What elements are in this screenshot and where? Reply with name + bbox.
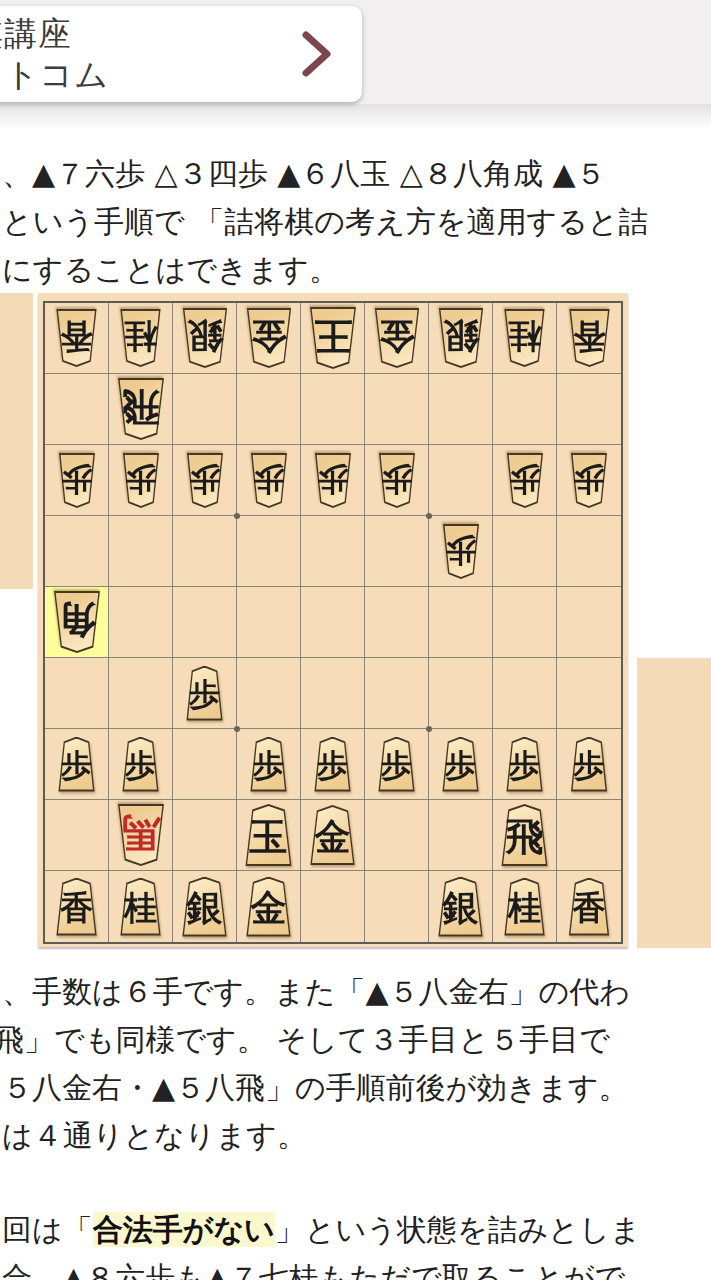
intro-line-3: にすることはできます。 xyxy=(2,246,711,294)
note-paragraph: 回は「合法手がない」という状態を詰みとしま 合、▲８六歩も▲７七桂もただで取るこ… xyxy=(2,1206,711,1280)
board-cell: 王 xyxy=(301,303,365,374)
board-cell: 歩 xyxy=(557,729,621,800)
board-cell: 歩 xyxy=(45,729,109,800)
piece-glyph: 金 xyxy=(242,877,296,937)
board-cell xyxy=(237,516,301,587)
shogi-piece: 歩 xyxy=(439,524,483,579)
piece-glyph: 馬 xyxy=(113,804,169,866)
piece-glyph: 歩 xyxy=(183,453,227,508)
board-cell: 歩 xyxy=(109,445,173,516)
right-diagram-fragment xyxy=(637,658,711,948)
piece-glyph: 銀 xyxy=(434,308,488,368)
piece-glyph: 香 xyxy=(565,309,614,367)
shogi-piece: 香 xyxy=(565,878,614,936)
shogi-piece: 金 xyxy=(242,877,296,937)
shogi-piece: 歩 xyxy=(247,737,291,792)
body-line-1: 、手数は６手です。また「▲５八金右」の代わ xyxy=(2,968,711,1016)
piece-glyph: 歩 xyxy=(119,453,163,508)
board-cell xyxy=(45,374,109,445)
hoshi-dot xyxy=(234,726,240,732)
piece-glyph: 香 xyxy=(52,309,101,367)
board-cell: 馬 xyxy=(109,800,173,871)
board-cell: 歩 xyxy=(173,445,237,516)
piece-glyph: 歩 xyxy=(247,737,291,792)
board-cell: 歩 xyxy=(301,729,365,800)
piece-glyph: 歩 xyxy=(375,737,419,792)
board-cell: 角 xyxy=(45,587,109,658)
shogi-piece: 歩 xyxy=(311,453,355,508)
shogi-piece: 歩 xyxy=(567,737,611,792)
board-cell xyxy=(365,871,429,942)
board-cell: 香 xyxy=(557,303,621,374)
board-cell: 歩 xyxy=(429,516,493,587)
note-line-2: 合、▲８六歩も▲７七桂もただで取ることがで xyxy=(2,1254,711,1280)
board-cell: 歩 xyxy=(493,729,557,800)
shogi-piece: 歩 xyxy=(375,453,419,508)
header-divider xyxy=(0,104,711,138)
board-cell xyxy=(429,800,493,871)
board-cell: 歩 xyxy=(301,445,365,516)
board-cell: 香 xyxy=(45,871,109,942)
shogi-piece: 歩 xyxy=(119,737,163,792)
shogi-piece: 桂 xyxy=(500,878,549,936)
shogi-piece: 歩 xyxy=(55,737,99,792)
board-cell: 歩 xyxy=(237,729,301,800)
shogi-piece: 金 xyxy=(370,308,424,368)
piece-glyph: 歩 xyxy=(183,666,227,721)
body-line-3: ５八金右・▲５八飛」の手順前後が効きます。 xyxy=(2,1064,711,1112)
board-cell xyxy=(493,587,557,658)
board-cell xyxy=(557,658,621,729)
board-cell xyxy=(493,658,557,729)
board-cell xyxy=(429,445,493,516)
intro-line-2: という手順で 「詰将棋の考え方を適用すると詰 xyxy=(2,198,711,246)
board-cell: 金 xyxy=(301,800,365,871)
board-cell xyxy=(557,374,621,445)
piece-glyph: 歩 xyxy=(311,453,355,508)
board-cell: 歩 xyxy=(557,445,621,516)
board-cell: 桂 xyxy=(493,871,557,942)
board-cell xyxy=(365,800,429,871)
board-cell xyxy=(173,374,237,445)
shogi-piece: 歩 xyxy=(119,453,163,508)
board-cell: 銀 xyxy=(429,871,493,942)
board-cell xyxy=(557,800,621,871)
shogi-piece: 桂 xyxy=(116,878,165,936)
piece-glyph: 歩 xyxy=(375,453,419,508)
piece-glyph: 歩 xyxy=(439,737,483,792)
piece-glyph: 金 xyxy=(370,308,424,368)
shogi-piece: 馬 xyxy=(113,804,169,866)
piece-glyph: 歩 xyxy=(119,737,163,792)
piece-glyph: 桂 xyxy=(116,309,165,367)
board-cell xyxy=(301,374,365,445)
piece-glyph: 香 xyxy=(52,878,101,936)
board-cell: 飛 xyxy=(493,800,557,871)
shogi-piece: 香 xyxy=(565,309,614,367)
shogi-piece: 王 xyxy=(305,307,361,369)
piece-glyph: 金 xyxy=(306,805,360,865)
piece-glyph: 飛 xyxy=(497,804,553,866)
hoshi-dot xyxy=(426,513,432,519)
shogi-piece: 玉 xyxy=(241,804,297,866)
board-cell xyxy=(301,871,365,942)
hoshi-dot xyxy=(234,513,240,519)
site-title-card[interactable]: 棋講座 ットコム xyxy=(0,6,362,102)
note-line-1-post: 」という状態を詰みとしま xyxy=(275,1212,641,1247)
board-cell xyxy=(301,587,365,658)
shogi-piece: 飛 xyxy=(113,378,169,440)
piece-glyph: 金 xyxy=(242,308,296,368)
piece-glyph: 歩 xyxy=(311,737,355,792)
piece-glyph: 銀 xyxy=(434,877,488,937)
shogi-piece: 銀 xyxy=(178,877,232,937)
board-cell xyxy=(365,658,429,729)
board-cell: 桂 xyxy=(109,871,173,942)
board-cell: 歩 xyxy=(429,729,493,800)
piece-glyph: 飛 xyxy=(113,378,169,440)
piece-glyph: 玉 xyxy=(241,804,297,866)
board-cell: 銀 xyxy=(173,303,237,374)
board-cell: 金 xyxy=(237,303,301,374)
board-cell: 銀 xyxy=(173,871,237,942)
shogi-piece: 銀 xyxy=(178,308,232,368)
piece-glyph: 歩 xyxy=(247,453,291,508)
board-cell xyxy=(365,516,429,587)
piece-glyph: 歩 xyxy=(55,737,99,792)
shogi-piece: 桂 xyxy=(500,309,549,367)
board-cell: 金 xyxy=(365,303,429,374)
shogi-board-grid: 香桂銀金王金銀桂香飛歩歩歩歩歩歩歩歩歩角歩歩歩歩歩歩歩歩歩馬玉金飛香桂銀金銀桂香 xyxy=(43,301,623,944)
shogi-piece: 金 xyxy=(242,308,296,368)
board-cell xyxy=(237,587,301,658)
shogi-piece: 桂 xyxy=(116,309,165,367)
shogi-piece: 香 xyxy=(52,878,101,936)
shogi-piece: 歩 xyxy=(311,737,355,792)
piece-glyph: 歩 xyxy=(567,737,611,792)
board-cell xyxy=(237,374,301,445)
shogi-piece: 歩 xyxy=(503,453,547,508)
board-cell: 歩 xyxy=(365,729,429,800)
board-cell xyxy=(173,587,237,658)
board-cell xyxy=(109,658,173,729)
board-cell: 歩 xyxy=(237,445,301,516)
shogi-piece: 銀 xyxy=(434,877,488,937)
board-cell xyxy=(45,800,109,871)
chevron-right-icon[interactable] xyxy=(302,31,332,77)
board-cell: 香 xyxy=(557,871,621,942)
board-cell xyxy=(493,374,557,445)
board-cell: 歩 xyxy=(45,445,109,516)
board-cell xyxy=(45,516,109,587)
shogi-piece: 歩 xyxy=(567,453,611,508)
left-diagram-fragment xyxy=(0,293,33,589)
board-cell xyxy=(109,516,173,587)
board-cell: 銀 xyxy=(429,303,493,374)
board-cell: 歩 xyxy=(173,658,237,729)
board-cell xyxy=(429,587,493,658)
board-cell xyxy=(557,587,621,658)
shogi-piece: 歩 xyxy=(183,666,227,721)
board-cell xyxy=(173,800,237,871)
board-cell xyxy=(173,729,237,800)
shogi-piece: 香 xyxy=(52,309,101,367)
shogi-piece: 歩 xyxy=(439,737,483,792)
piece-glyph: 歩 xyxy=(55,453,99,508)
piece-glyph: 歩 xyxy=(567,453,611,508)
piece-glyph: 桂 xyxy=(500,878,549,936)
shogi-piece: 角 xyxy=(49,591,105,653)
intro-line-1: 、▲７六歩 △３四歩 ▲６八玉 △８八角成 ▲５ xyxy=(2,150,711,198)
board-cell xyxy=(429,658,493,729)
note-line-1: 回は「合法手がない」という状態を詰みとしま xyxy=(2,1206,711,1254)
body-line-2: 飛」でも同様です。 そして３手目と５手目で xyxy=(0,1016,711,1064)
board-cell xyxy=(557,516,621,587)
piece-glyph: 桂 xyxy=(500,309,549,367)
piece-glyph: 香 xyxy=(565,878,614,936)
board-cell xyxy=(365,587,429,658)
board-cell xyxy=(173,516,237,587)
note-line-1-pre: 回は「 xyxy=(2,1212,93,1247)
board-cell: 玉 xyxy=(237,800,301,871)
shogi-piece: 歩 xyxy=(183,453,227,508)
shogi-piece: 歩 xyxy=(247,453,291,508)
board-cell xyxy=(429,374,493,445)
piece-glyph: 歩 xyxy=(503,737,547,792)
shogi-piece: 金 xyxy=(306,805,360,865)
board-cell: 歩 xyxy=(493,445,557,516)
shogi-piece: 歩 xyxy=(375,737,419,792)
board-cell xyxy=(109,587,173,658)
piece-glyph: 桂 xyxy=(116,878,165,936)
board-cell xyxy=(45,658,109,729)
board-cell xyxy=(301,658,365,729)
board-cell xyxy=(365,374,429,445)
shogi-board: 香桂銀金王金銀桂香飛歩歩歩歩歩歩歩歩歩角歩歩歩歩歩歩歩歩歩馬玉金飛香桂銀金銀桂香 xyxy=(38,293,628,947)
piece-glyph: 歩 xyxy=(503,453,547,508)
board-cell: 香 xyxy=(45,303,109,374)
board-cell: 桂 xyxy=(109,303,173,374)
board-cell: 金 xyxy=(237,871,301,942)
shogi-piece: 銀 xyxy=(434,308,488,368)
board-cell xyxy=(493,516,557,587)
shogi-piece: 歩 xyxy=(503,737,547,792)
body-paragraph: 、手数は６手です。また「▲５八金右」の代わ 飛」でも同様です。 そして３手目と５… xyxy=(2,968,711,1160)
body-line-4: は４通りとなります。 xyxy=(2,1112,711,1160)
note-highlight: 合法手がない xyxy=(93,1212,275,1247)
board-cell xyxy=(237,658,301,729)
board-cell: 桂 xyxy=(493,303,557,374)
piece-glyph: 銀 xyxy=(178,308,232,368)
board-cell: 飛 xyxy=(109,374,173,445)
board-cell: 歩 xyxy=(109,729,173,800)
shogi-piece: 飛 xyxy=(497,804,553,866)
piece-glyph: 歩 xyxy=(439,524,483,579)
hoshi-dot xyxy=(426,726,432,732)
page: 棋講座 ットコム 、▲７六歩 △３四歩 ▲６八玉 △８八角成 ▲５ という手順で… xyxy=(0,0,711,1280)
board-cell xyxy=(301,516,365,587)
board-cell: 歩 xyxy=(365,445,429,516)
shogi-piece: 歩 xyxy=(55,453,99,508)
piece-glyph: 角 xyxy=(49,591,105,653)
intro-paragraph: 、▲７六歩 △３四歩 ▲６八玉 △８八角成 ▲５ という手順で 「詰将棋の考え方… xyxy=(2,150,711,294)
piece-glyph: 王 xyxy=(305,307,361,369)
piece-glyph: 銀 xyxy=(178,877,232,937)
